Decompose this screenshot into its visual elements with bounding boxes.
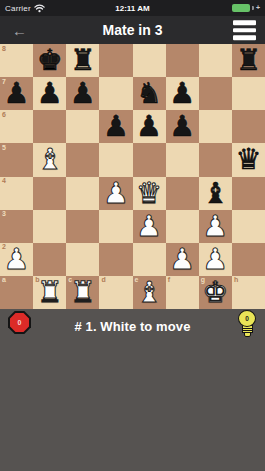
- square-c8[interactable]: ♜: [66, 44, 99, 77]
- square-a7[interactable]: 7♟: [0, 77, 33, 110]
- white-rook-c1[interactable]: ♜: [70, 276, 96, 309]
- square-c6[interactable]: [66, 110, 99, 143]
- square-e6[interactable]: ♟: [133, 110, 166, 143]
- square-d4[interactable]: ♟: [99, 177, 132, 210]
- white-pawn-g2[interactable]: ♟: [202, 243, 228, 276]
- square-c3[interactable]: [66, 210, 99, 243]
- square-c5[interactable]: [66, 143, 99, 176]
- square-h3[interactable]: [232, 210, 265, 243]
- square-h5[interactable]: ♛: [232, 143, 265, 176]
- white-pawn-d4[interactable]: ♟: [103, 177, 129, 210]
- square-c2[interactable]: [66, 243, 99, 276]
- square-f4[interactable]: [166, 177, 199, 210]
- page-title: Mate in 3: [0, 22, 265, 38]
- rank-label-2: 2: [2, 243, 6, 251]
- hint-lightbulb-button[interactable]: 0: [236, 310, 258, 337]
- white-king-g1[interactable]: ♚: [202, 276, 228, 309]
- square-b1[interactable]: b♜: [33, 276, 66, 309]
- square-g5[interactable]: [199, 143, 232, 176]
- square-d8[interactable]: [99, 44, 132, 77]
- square-f1[interactable]: f: [166, 276, 199, 309]
- square-h1[interactable]: h: [232, 276, 265, 309]
- square-h6[interactable]: [232, 110, 265, 143]
- status-right: +: [232, 4, 260, 12]
- square-h7[interactable]: [232, 77, 265, 110]
- square-c4[interactable]: [66, 177, 99, 210]
- square-b6[interactable]: [33, 110, 66, 143]
- clock: 12:11 AM: [0, 4, 265, 13]
- file-label-b: b: [35, 276, 39, 284]
- square-h8[interactable]: ♜: [232, 44, 265, 77]
- rank-label-6: 6: [2, 111, 6, 119]
- square-f7[interactable]: ♟: [166, 77, 199, 110]
- square-a4[interactable]: 4: [0, 177, 33, 210]
- black-pawn-e6[interactable]: ♟: [136, 110, 162, 143]
- black-pawn-d6[interactable]: ♟: [103, 110, 129, 143]
- bottom-bar: 0 # 1. White to move 0: [0, 309, 265, 471]
- square-f8[interactable]: [166, 44, 199, 77]
- rank-label-5: 5: [2, 144, 6, 152]
- square-a2[interactable]: 2♟: [0, 243, 33, 276]
- white-bishop-e1[interactable]: ♝: [136, 276, 162, 309]
- black-pawn-b7[interactable]: ♟: [37, 77, 63, 110]
- white-pawn-g3[interactable]: ♟: [202, 210, 228, 243]
- square-e7[interactable]: ♞: [133, 77, 166, 110]
- app-screen: Carrier 12:11 AM + ← Mate in 3 8♚♜♜7♟♟♟♞…: [0, 0, 265, 471]
- nav-bar: ← Mate in 3: [0, 16, 265, 44]
- square-b3[interactable]: [33, 210, 66, 243]
- battery-icon: [232, 4, 250, 12]
- black-bishop-g4[interactable]: ♝: [202, 177, 228, 210]
- square-e8[interactable]: [133, 44, 166, 77]
- square-g8[interactable]: [199, 44, 232, 77]
- square-b4[interactable]: [33, 177, 66, 210]
- white-queen-e4[interactable]: ♛: [136, 177, 162, 210]
- square-e5[interactable]: [133, 143, 166, 176]
- square-a1[interactable]: a: [0, 276, 33, 309]
- white-pawn-a2[interactable]: ♟: [4, 243, 30, 276]
- square-a3[interactable]: 3: [0, 210, 33, 243]
- square-a8[interactable]: 8: [0, 44, 33, 77]
- black-pawn-a7[interactable]: ♟: [4, 77, 30, 110]
- square-a6[interactable]: 6: [0, 110, 33, 143]
- black-queen-h5[interactable]: ♛: [235, 143, 261, 176]
- hamburger-bar: [233, 35, 256, 40]
- file-label-a: a: [2, 276, 6, 284]
- hamburger-menu-button[interactable]: [233, 20, 256, 40]
- lightbulb-icon: 0: [238, 310, 256, 327]
- file-label-g: g: [201, 276, 205, 284]
- chess-board: 8♚♜♜7♟♟♟♞♟6♟♟♟5♝♛4♟♛♝3♟♟2♟♟♟ab♜c♜de♝fg♚h: [0, 44, 265, 309]
- square-f2[interactable]: ♟: [166, 243, 199, 276]
- square-e2[interactable]: [133, 243, 166, 276]
- square-b7[interactable]: ♟: [33, 77, 66, 110]
- square-b5[interactable]: ♝: [33, 143, 66, 176]
- square-c1[interactable]: c♜: [66, 276, 99, 309]
- square-g2[interactable]: ♟: [199, 243, 232, 276]
- black-pawn-f7[interactable]: ♟: [169, 77, 195, 110]
- white-rook-b1[interactable]: ♜: [37, 276, 63, 309]
- rank-label-7: 7: [2, 78, 6, 86]
- square-e4[interactable]: ♛: [133, 177, 166, 210]
- square-g1[interactable]: g♚: [199, 276, 232, 309]
- square-b8[interactable]: ♚: [33, 44, 66, 77]
- square-f6[interactable]: ♟: [166, 110, 199, 143]
- charging-icon: +: [256, 4, 260, 12]
- square-f3[interactable]: [166, 210, 199, 243]
- black-rook-h8[interactable]: ♜: [235, 44, 261, 77]
- file-label-h: h: [234, 276, 238, 284]
- status-bar: Carrier 12:11 AM +: [0, 0, 265, 16]
- battery-cap: [252, 6, 254, 10]
- black-rook-c8[interactable]: ♜: [70, 44, 96, 77]
- hamburger-bar: [233, 20, 256, 25]
- puzzle-status-text: # 1. White to move: [0, 319, 265, 334]
- square-f5[interactable]: [166, 143, 199, 176]
- square-a5[interactable]: 5: [0, 143, 33, 176]
- file-label-c: c: [68, 276, 72, 284]
- square-h2[interactable]: [232, 243, 265, 276]
- white-pawn-f2[interactable]: ♟: [169, 243, 195, 276]
- square-d5[interactable]: [99, 143, 132, 176]
- hint-count: 0: [245, 315, 249, 322]
- square-g6[interactable]: [199, 110, 232, 143]
- square-c7[interactable]: ♟: [66, 77, 99, 110]
- white-bishop-b5[interactable]: ♝: [37, 143, 63, 176]
- hamburger-bar: [233, 28, 256, 33]
- square-d2[interactable]: [99, 243, 132, 276]
- square-g7[interactable]: [199, 77, 232, 110]
- square-h4[interactable]: [232, 177, 265, 210]
- rank-label-8: 8: [2, 45, 6, 53]
- rank-label-3: 3: [2, 210, 6, 218]
- square-g3[interactable]: ♟: [199, 210, 232, 243]
- white-pawn-e3[interactable]: ♟: [136, 210, 162, 243]
- square-d1[interactable]: d: [99, 276, 132, 309]
- black-knight-e7[interactable]: ♞: [136, 77, 162, 110]
- square-d3[interactable]: [99, 210, 132, 243]
- file-label-d: d: [101, 276, 105, 284]
- black-pawn-f6[interactable]: ♟: [169, 110, 195, 143]
- square-d6[interactable]: ♟: [99, 110, 132, 143]
- rank-label-4: 4: [2, 177, 6, 185]
- black-pawn-c7[interactable]: ♟: [70, 77, 96, 110]
- square-e1[interactable]: e♝: [133, 276, 166, 309]
- square-g4[interactable]: ♝: [199, 177, 232, 210]
- file-label-e: e: [135, 276, 139, 284]
- black-king-b8[interactable]: ♚: [37, 44, 63, 77]
- square-e3[interactable]: ♟: [133, 210, 166, 243]
- file-label-f: f: [168, 276, 170, 284]
- square-b2[interactable]: [33, 243, 66, 276]
- square-d7[interactable]: [99, 77, 132, 110]
